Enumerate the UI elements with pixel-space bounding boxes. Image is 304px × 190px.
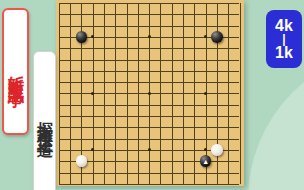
banner-secondary-text: 探索棋之正道 <box>34 109 55 133</box>
rank-bottom-label: 1k <box>275 44 293 61</box>
last-move-triangle-marker: ▲ <box>202 157 209 164</box>
star-point <box>148 92 151 95</box>
white-stone <box>211 144 223 156</box>
grid-line-horizontal <box>59 127 240 128</box>
star-point <box>91 35 94 38</box>
grid-line-horizontal <box>59 116 240 117</box>
star-point <box>204 148 207 151</box>
black-stone <box>211 31 223 43</box>
grid-line-vertical <box>183 3 184 184</box>
grid-line-vertical <box>194 3 195 184</box>
grid-line-horizontal <box>59 105 240 106</box>
star-point <box>91 148 94 151</box>
banner-primary-text: 斩断实战恶手 <box>5 63 26 81</box>
grid-line-vertical <box>228 3 229 184</box>
star-point <box>204 92 207 95</box>
video-thumbnail: ▲ 斩断实战恶手 探索棋之正道 4k | 1k <box>0 0 304 190</box>
grid-line-horizontal <box>59 184 240 185</box>
rank-separator: | <box>282 34 285 44</box>
grid-line-vertical <box>172 3 173 184</box>
black-stone <box>76 31 88 43</box>
rank-range-badge: 4k | 1k <box>266 10 302 68</box>
banner-left-primary: 斩断实战恶手 <box>2 8 29 135</box>
black-stone: ▲ <box>200 155 212 167</box>
grid-line-vertical <box>240 3 241 184</box>
star-point <box>148 148 151 151</box>
grid-line-vertical <box>160 3 161 184</box>
grid-line-horizontal <box>59 173 240 174</box>
star-point <box>148 35 151 38</box>
banner-left-secondary: 探索棋之正道 <box>33 51 56 190</box>
star-point <box>91 92 94 95</box>
background-highlight-circle <box>248 48 304 190</box>
grid-line-horizontal <box>59 139 240 140</box>
go-board: ▲ <box>56 0 244 186</box>
white-stone <box>76 155 88 167</box>
grid-line-vertical <box>217 3 218 184</box>
star-point <box>204 35 207 38</box>
